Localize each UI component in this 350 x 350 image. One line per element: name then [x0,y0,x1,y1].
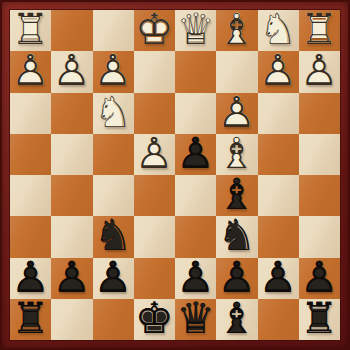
black-knight: ♞♘ [93,216,134,257]
square-d7[interactable]: ♟♙ [175,258,216,299]
square-g2[interactable]: ♟♙ [51,51,92,92]
square-d5[interactable] [175,175,216,216]
square-g5[interactable] [51,175,92,216]
square-b6[interactable] [258,216,299,257]
white-knight: ♞♘ [93,93,134,134]
square-e1[interactable]: ♚♔ [134,10,175,51]
square-b7[interactable]: ♟♙ [258,258,299,299]
white-bishop: ♝♗ [216,134,257,175]
square-c8[interactable]: ♝♗ [216,299,257,340]
white-pawn: ♟♙ [216,93,257,134]
black-pawn: ♟♙ [258,258,299,299]
square-f1[interactable] [93,10,134,51]
square-g4[interactable] [51,134,92,175]
square-c3[interactable]: ♟♙ [216,93,257,134]
square-b4[interactable] [258,134,299,175]
square-f8[interactable] [93,299,134,340]
square-h2[interactable]: ♟♙ [10,51,51,92]
black-pawn: ♟♙ [10,258,51,299]
black-pawn: ♟♙ [51,258,92,299]
black-pawn: ♟♙ [216,258,257,299]
square-b2[interactable]: ♟♙ [258,51,299,92]
square-g7[interactable]: ♟♙ [51,258,92,299]
square-c5[interactable]: ♝♗ [216,175,257,216]
square-b3[interactable] [258,93,299,134]
square-g3[interactable] [51,93,92,134]
black-rook: ♜♖ [10,299,51,340]
square-e3[interactable] [134,93,175,134]
square-h6[interactable] [10,216,51,257]
square-a1[interactable]: ♜♖ [299,10,340,51]
square-c4[interactable]: ♝♗ [216,134,257,175]
square-d3[interactable] [175,93,216,134]
square-g8[interactable] [51,299,92,340]
square-f7[interactable]: ♟♙ [93,258,134,299]
square-a5[interactable] [299,175,340,216]
square-a3[interactable] [299,93,340,134]
square-h8[interactable]: ♜♖ [10,299,51,340]
square-a7[interactable]: ♟♙ [299,258,340,299]
white-pawn: ♟♙ [134,134,175,175]
black-pawn: ♟♙ [93,258,134,299]
square-d6[interactable] [175,216,216,257]
square-a2[interactable]: ♟♙ [299,51,340,92]
square-c1[interactable]: ♝♗ [216,10,257,51]
square-c6[interactable]: ♞♘ [216,216,257,257]
square-h4[interactable] [10,134,51,175]
square-g1[interactable] [51,10,92,51]
square-e2[interactable] [134,51,175,92]
square-h5[interactable] [10,175,51,216]
white-knight: ♞♘ [258,10,299,51]
black-knight: ♞♘ [216,216,257,257]
white-pawn: ♟♙ [299,51,340,92]
square-a6[interactable] [299,216,340,257]
square-b5[interactable] [258,175,299,216]
square-h3[interactable] [10,93,51,134]
square-f6[interactable]: ♞♘ [93,216,134,257]
square-e4[interactable]: ♟♙ [134,134,175,175]
square-c7[interactable]: ♟♙ [216,258,257,299]
white-rook: ♜♖ [299,10,340,51]
square-b1[interactable]: ♞♘ [258,10,299,51]
square-f4[interactable] [93,134,134,175]
white-pawn: ♟♙ [258,51,299,92]
square-e8[interactable]: ♚♔ [134,299,175,340]
square-e5[interactable] [134,175,175,216]
square-h1[interactable]: ♜♖ [10,10,51,51]
chess-board: ♜♖♚♔♛♕♝♗♞♘♜♖♟♙♟♙♟♙♟♙♟♙♞♘♟♙♟♙♟♙♝♗♝♗♞♘♞♘♟♙… [10,10,340,340]
square-d4[interactable]: ♟♙ [175,134,216,175]
black-bishop: ♝♗ [216,175,257,216]
square-d8[interactable]: ♛♕ [175,299,216,340]
square-e6[interactable] [134,216,175,257]
square-f2[interactable]: ♟♙ [93,51,134,92]
black-pawn: ♟♙ [299,258,340,299]
black-pawn: ♟♙ [175,134,216,175]
white-bishop: ♝♗ [216,10,257,51]
white-pawn: ♟♙ [10,51,51,92]
square-b8[interactable] [258,299,299,340]
square-c2[interactable] [216,51,257,92]
square-d1[interactable]: ♛♕ [175,10,216,51]
square-a8[interactable]: ♜♖ [299,299,340,340]
white-rook: ♜♖ [10,10,51,51]
square-a4[interactable] [299,134,340,175]
square-h7[interactable]: ♟♙ [10,258,51,299]
black-rook: ♜♖ [299,299,340,340]
white-queen: ♛♕ [175,10,216,51]
square-f5[interactable] [93,175,134,216]
board-frame: ♜♖♚♔♛♕♝♗♞♘♜♖♟♙♟♙♟♙♟♙♟♙♞♘♟♙♟♙♟♙♝♗♝♗♞♘♞♘♟♙… [0,0,350,350]
white-king: ♚♔ [134,10,175,51]
square-f3[interactable]: ♞♘ [93,93,134,134]
square-g6[interactable] [51,216,92,257]
square-e7[interactable] [134,258,175,299]
black-king: ♚♔ [134,299,175,340]
black-queen: ♛♕ [175,299,216,340]
white-pawn: ♟♙ [51,51,92,92]
black-pawn: ♟♙ [175,258,216,299]
square-d2[interactable] [175,51,216,92]
black-bishop: ♝♗ [216,299,257,340]
white-pawn: ♟♙ [93,51,134,92]
